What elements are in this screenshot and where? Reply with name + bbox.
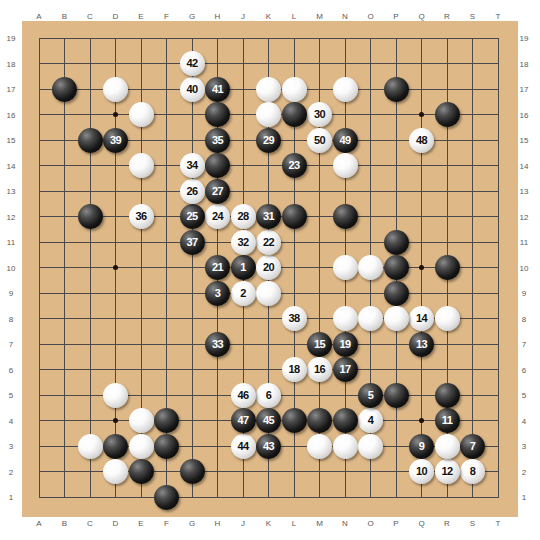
black-stone-H7: 33 — [205, 332, 230, 357]
move-number: 3 — [205, 281, 230, 306]
column-label-top-E: E — [138, 12, 143, 21]
black-stone-R5 — [435, 383, 460, 408]
move-number: 43 — [256, 434, 281, 459]
white-stone-M6: 16 — [307, 357, 332, 382]
column-label-bottom-P: P — [393, 519, 398, 528]
column-label-top-M: M — [316, 12, 323, 21]
move-number: 34 — [180, 153, 205, 178]
row-label-left-11: 11 — [7, 238, 15, 247]
move-number: 14 — [409, 306, 434, 331]
white-stone-D17 — [103, 77, 128, 102]
black-stone-C12 — [78, 204, 103, 229]
move-number: 12 — [435, 459, 460, 484]
row-label-left-5: 5 — [9, 391, 13, 400]
move-number: 24 — [205, 204, 230, 229]
move-number: 33 — [205, 332, 230, 357]
row-label-right-17: 17 — [520, 85, 529, 94]
column-label-top-L: L — [292, 12, 296, 21]
row-label-right-2: 2 — [522, 467, 526, 476]
move-number: 37 — [180, 230, 205, 255]
row-label-right-11: 11 — [520, 238, 528, 247]
white-stone-M3 — [307, 434, 332, 459]
white-stone-G17: 40 — [180, 77, 205, 102]
move-number: 36 — [129, 204, 154, 229]
move-number: 49 — [333, 128, 358, 153]
column-label-bottom-K: K — [266, 519, 271, 528]
black-stone-K3: 43 — [256, 434, 281, 459]
black-stone-F3 — [154, 434, 179, 459]
white-stone-E12: 36 — [129, 204, 154, 229]
move-number: 8 — [460, 459, 485, 484]
column-label-top-R: R — [444, 12, 450, 21]
move-number: 47 — [231, 408, 256, 433]
row-label-right-14: 14 — [520, 161, 529, 170]
star-point-D16 — [113, 112, 118, 117]
white-stone-N14 — [333, 153, 358, 178]
move-number: 1 — [231, 255, 256, 280]
column-label-top-D: D — [113, 12, 119, 21]
column-label-bottom-A: A — [36, 519, 41, 528]
white-stone-L17 — [282, 77, 307, 102]
black-stone-K4: 45 — [256, 408, 281, 433]
white-stone-Q8: 14 — [409, 306, 434, 331]
column-label-bottom-D: D — [113, 519, 119, 528]
black-stone-G2 — [180, 459, 205, 484]
move-number: 10 — [409, 459, 434, 484]
move-number: 31 — [256, 204, 281, 229]
column-label-bottom-Q: Q — [418, 519, 424, 528]
column-label-bottom-G: G — [189, 519, 195, 528]
white-stone-L8: 38 — [282, 306, 307, 331]
move-number: 28 — [231, 204, 256, 229]
white-stone-Q15: 48 — [409, 128, 434, 153]
row-label-left-15: 15 — [7, 136, 16, 145]
white-stone-N10 — [333, 255, 358, 280]
row-label-left-19: 19 — [7, 34, 16, 43]
column-label-bottom-O: O — [367, 519, 373, 528]
move-number: 5 — [358, 383, 383, 408]
white-stone-K5: 6 — [256, 383, 281, 408]
row-label-left-2: 2 — [9, 467, 13, 476]
white-stone-N8 — [333, 306, 358, 331]
row-label-left-17: 17 — [7, 85, 16, 94]
white-stone-D2 — [103, 459, 128, 484]
row-label-right-5: 5 — [522, 391, 526, 400]
black-stone-R4: 11 — [435, 408, 460, 433]
white-stone-K11: 22 — [256, 230, 281, 255]
move-number: 50 — [307, 128, 332, 153]
black-stone-N4 — [333, 408, 358, 433]
white-stone-J11: 32 — [231, 230, 256, 255]
move-number: 19 — [333, 332, 358, 357]
black-stone-P10 — [384, 255, 409, 280]
black-stone-G11: 37 — [180, 230, 205, 255]
black-stone-S3: 7 — [460, 434, 485, 459]
star-point-Q4 — [419, 418, 424, 423]
row-label-right-4: 4 — [522, 416, 526, 425]
row-label-left-9: 9 — [9, 289, 13, 298]
row-label-right-3: 3 — [522, 442, 526, 451]
move-number: 7 — [460, 434, 485, 459]
star-point-Q16 — [419, 112, 424, 117]
white-stone-R3 — [435, 434, 460, 459]
move-number: 4 — [358, 408, 383, 433]
row-label-right-6: 6 — [522, 365, 526, 374]
move-number: 35 — [205, 128, 230, 153]
row-label-right-16: 16 — [520, 110, 529, 119]
white-stone-K16 — [256, 102, 281, 127]
column-label-bottom-F: F — [164, 519, 169, 528]
white-stone-E16 — [129, 102, 154, 127]
column-label-top-T: T — [496, 12, 501, 21]
black-stone-Q3: 9 — [409, 434, 434, 459]
column-label-bottom-B: B — [62, 519, 67, 528]
column-label-top-O: O — [367, 12, 373, 21]
white-stone-E4 — [129, 408, 154, 433]
column-label-bottom-S: S — [470, 519, 475, 528]
column-label-top-N: N — [342, 12, 348, 21]
move-number: 26 — [180, 179, 205, 204]
black-stone-G12: 25 — [180, 204, 205, 229]
column-label-top-K: K — [266, 12, 271, 21]
black-stone-P5 — [384, 383, 409, 408]
white-stone-R8 — [435, 306, 460, 331]
row-label-right-9: 9 — [522, 289, 526, 298]
row-label-left-1: 1 — [9, 493, 13, 502]
white-stone-G18: 42 — [180, 51, 205, 76]
row-label-right-18: 18 — [520, 59, 529, 68]
white-stone-Q2: 10 — [409, 459, 434, 484]
black-stone-H9: 3 — [205, 281, 230, 306]
black-stone-N7: 19 — [333, 332, 358, 357]
move-number: 48 — [409, 128, 434, 153]
column-label-bottom-L: L — [292, 519, 296, 528]
go-diagram-page: 1234567891011121314151617181920212223242… — [0, 0, 540, 540]
row-label-right-19: 19 — [520, 34, 529, 43]
black-stone-L4 — [282, 408, 307, 433]
move-number: 2 — [231, 281, 256, 306]
move-number: 16 — [307, 357, 332, 382]
white-stone-G13: 26 — [180, 179, 205, 204]
white-stone-O8 — [358, 306, 383, 331]
white-stone-O4: 4 — [358, 408, 383, 433]
black-stone-N15: 49 — [333, 128, 358, 153]
go-board[interactable]: 1234567891011121314151617181920212223242… — [22, 21, 518, 517]
row-label-right-13: 13 — [520, 187, 529, 196]
column-label-bottom-N: N — [342, 519, 348, 528]
column-label-bottom-H: H — [215, 519, 221, 528]
row-label-left-4: 4 — [9, 416, 13, 425]
white-stone-N17 — [333, 77, 358, 102]
move-number: 20 — [256, 255, 281, 280]
black-stone-D3 — [103, 434, 128, 459]
move-number: 42 — [180, 51, 205, 76]
move-number: 45 — [256, 408, 281, 433]
row-label-right-8: 8 — [522, 314, 526, 323]
star-point-D10 — [113, 265, 118, 270]
black-stone-K12: 31 — [256, 204, 281, 229]
black-stone-N12 — [333, 204, 358, 229]
white-stone-K9 — [256, 281, 281, 306]
black-stone-O5: 5 — [358, 383, 383, 408]
row-label-right-1: 1 — [522, 493, 526, 502]
black-stone-C15 — [78, 128, 103, 153]
black-stone-F1 — [154, 485, 179, 510]
column-label-bottom-M: M — [316, 519, 323, 528]
black-stone-J10: 1 — [231, 255, 256, 280]
white-stone-R2: 12 — [435, 459, 460, 484]
column-label-top-A: A — [36, 12, 41, 21]
white-stone-O3 — [358, 434, 383, 459]
column-label-top-C: C — [87, 12, 93, 21]
row-label-left-16: 16 — [7, 110, 16, 119]
black-stone-H10: 21 — [205, 255, 230, 280]
black-stone-H14 — [205, 153, 230, 178]
column-label-top-F: F — [164, 12, 169, 21]
row-label-left-3: 3 — [9, 442, 13, 451]
column-label-top-B: B — [62, 12, 67, 21]
white-stone-N3 — [333, 434, 358, 459]
black-stone-L12 — [282, 204, 307, 229]
row-label-right-15: 15 — [520, 136, 529, 145]
column-label-bottom-T: T — [496, 519, 501, 528]
white-stone-E14 — [129, 153, 154, 178]
black-stone-P11 — [384, 230, 409, 255]
move-number: 11 — [435, 408, 460, 433]
white-stone-J5: 46 — [231, 383, 256, 408]
black-stone-Q7: 13 — [409, 332, 434, 357]
row-label-right-7: 7 — [522, 340, 526, 349]
row-label-left-7: 7 — [9, 340, 13, 349]
black-stone-N6: 17 — [333, 357, 358, 382]
white-stone-S2: 8 — [460, 459, 485, 484]
white-stone-M15: 50 — [307, 128, 332, 153]
white-stone-K10: 20 — [256, 255, 281, 280]
row-label-left-10: 10 — [7, 263, 16, 272]
black-stone-H15: 35 — [205, 128, 230, 153]
white-stone-L6: 18 — [282, 357, 307, 382]
black-stone-R16 — [435, 102, 460, 127]
move-number: 22 — [256, 230, 281, 255]
row-label-left-13: 13 — [7, 187, 16, 196]
white-stone-D5 — [103, 383, 128, 408]
white-stone-J9: 2 — [231, 281, 256, 306]
move-number: 32 — [231, 230, 256, 255]
move-number: 41 — [205, 77, 230, 102]
star-point-D4 — [113, 418, 118, 423]
column-label-bottom-R: R — [444, 519, 450, 528]
move-number: 27 — [205, 179, 230, 204]
black-stone-J4: 47 — [231, 408, 256, 433]
black-stone-M7: 15 — [307, 332, 332, 357]
column-label-top-G: G — [189, 12, 195, 21]
white-stone-C3 — [78, 434, 103, 459]
move-number: 9 — [409, 434, 434, 459]
move-number: 39 — [103, 128, 128, 153]
star-point-Q10 — [419, 265, 424, 270]
black-stone-E2 — [129, 459, 154, 484]
black-stone-B17 — [52, 77, 77, 102]
row-label-left-12: 12 — [7, 212, 16, 221]
move-number: 38 — [282, 306, 307, 331]
column-label-top-S: S — [470, 12, 475, 21]
column-label-bottom-C: C — [87, 519, 93, 528]
move-number: 25 — [180, 204, 205, 229]
move-number: 29 — [256, 128, 281, 153]
column-label-top-P: P — [393, 12, 398, 21]
row-label-right-10: 10 — [520, 263, 529, 272]
move-number: 23 — [282, 153, 307, 178]
black-stone-D15: 39 — [103, 128, 128, 153]
white-stone-G14: 34 — [180, 153, 205, 178]
black-stone-P17 — [384, 77, 409, 102]
white-stone-J3: 44 — [231, 434, 256, 459]
black-stone-K15: 29 — [256, 128, 281, 153]
move-number: 21 — [205, 255, 230, 280]
move-number: 17 — [333, 357, 358, 382]
move-number: 13 — [409, 332, 434, 357]
column-label-top-Q: Q — [418, 12, 424, 21]
black-stone-R10 — [435, 255, 460, 280]
black-stone-F4 — [154, 408, 179, 433]
black-stone-L14: 23 — [282, 153, 307, 178]
column-label-bottom-J: J — [241, 519, 245, 528]
black-stone-P9 — [384, 281, 409, 306]
column-label-top-J: J — [241, 12, 245, 21]
white-stone-M16: 30 — [307, 102, 332, 127]
column-label-bottom-E: E — [138, 519, 143, 528]
black-stone-H17: 41 — [205, 77, 230, 102]
move-number: 6 — [256, 383, 281, 408]
black-stone-M4 — [307, 408, 332, 433]
row-label-right-12: 12 — [520, 212, 529, 221]
move-number: 40 — [180, 77, 205, 102]
move-number: 30 — [307, 102, 332, 127]
move-number: 44 — [231, 434, 256, 459]
white-stone-P8 — [384, 306, 409, 331]
row-label-left-8: 8 — [9, 314, 13, 323]
move-number: 46 — [231, 383, 256, 408]
white-stone-J12: 28 — [231, 204, 256, 229]
black-stone-L16 — [282, 102, 307, 127]
row-label-left-14: 14 — [7, 161, 16, 170]
white-stone-E3 — [129, 434, 154, 459]
column-label-top-H: H — [215, 12, 221, 21]
move-number: 18 — [282, 357, 307, 382]
white-stone-K17 — [256, 77, 281, 102]
black-stone-H13: 27 — [205, 179, 230, 204]
row-label-left-18: 18 — [7, 59, 16, 68]
white-stone-O10 — [358, 255, 383, 280]
move-number: 15 — [307, 332, 332, 357]
black-stone-H16 — [205, 102, 230, 127]
row-label-left-6: 6 — [9, 365, 13, 374]
white-stone-H12: 24 — [205, 204, 230, 229]
